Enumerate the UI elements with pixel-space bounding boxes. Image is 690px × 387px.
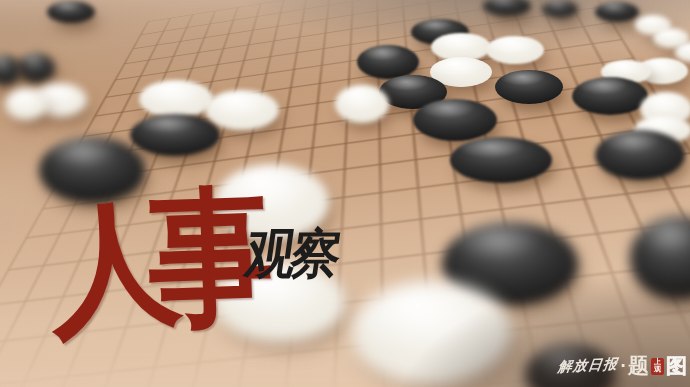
go-stone-black[interactable] — [413, 99, 497, 141]
go-stone-white[interactable] — [215, 164, 329, 240]
stone-layer — [0, 0, 690, 387]
go-stone-white[interactable] — [205, 90, 279, 130]
watermark-char-ti: 题 — [628, 352, 649, 380]
go-stone-black[interactable] — [483, 0, 531, 16]
go-stone-black[interactable] — [572, 77, 648, 115]
watermark-logo-bottom: 观 — [654, 366, 661, 374]
go-stone-black[interactable] — [47, 1, 95, 23]
go-stone-black[interactable] — [542, 0, 578, 18]
go-stone-black[interactable] — [495, 70, 563, 104]
watermark-dot: · — [620, 357, 626, 375]
go-stone-black[interactable] — [357, 45, 419, 79]
watermark-logo-box: 上 观 — [651, 358, 664, 375]
watermark-script: 解放日报 — [557, 355, 619, 376]
go-stone-black[interactable] — [0, 55, 21, 85]
go-stone-black[interactable] — [595, 2, 639, 22]
go-stone-black[interactable] — [17, 53, 55, 83]
go-stone-black[interactable] — [630, 216, 690, 300]
go-stone-white[interactable] — [675, 42, 690, 62]
go-stone-white[interactable] — [214, 262, 346, 342]
go-stone-black[interactable] — [595, 130, 685, 180]
watermark: 解放日报 · 题 上 观 图 — [558, 352, 687, 380]
watermark-char-tu: 图 — [666, 352, 687, 380]
go-stone-black[interactable] — [130, 114, 220, 156]
go-stone-black[interactable] — [39, 137, 145, 203]
go-stone-black[interactable] — [450, 137, 552, 183]
go-stone-white[interactable] — [335, 85, 389, 123]
go-stone-white[interactable] — [352, 281, 512, 385]
go-stone-white[interactable] — [5, 88, 47, 120]
go-stone-white[interactable] — [139, 80, 213, 118]
go-stone-white[interactable] — [486, 36, 544, 64]
scene: 人 事 观察 解放日报 · 题 上 观 图 — [0, 0, 690, 387]
